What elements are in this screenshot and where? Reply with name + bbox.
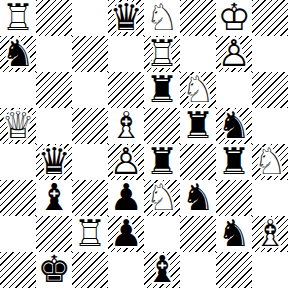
- black-knight-halo: ♞: [181, 179, 214, 216]
- black-knight-halo: ♞: [217, 215, 250, 252]
- black-knight: ♞♞: [216, 108, 252, 144]
- black-rook: ♜♜: [216, 144, 252, 180]
- black-queen-icon: ♛: [37, 143, 70, 180]
- black-bishop-icon: ♝: [145, 251, 178, 288]
- square-h1[interactable]: [252, 252, 288, 288]
- square-d7[interactable]: [108, 36, 144, 72]
- square-b2[interactable]: [36, 216, 72, 252]
- square-a2[interactable]: [0, 216, 36, 252]
- black-knight: ♞♞: [180, 180, 216, 216]
- square-b3[interactable]: ♝♝: [36, 180, 72, 216]
- square-c4[interactable]: [72, 144, 108, 180]
- square-g2[interactable]: ♞♞: [216, 216, 252, 252]
- white-knight-icon: ♘: [253, 143, 286, 180]
- square-h6[interactable]: [252, 72, 288, 108]
- square-d3[interactable]: ♟♟: [108, 180, 144, 216]
- square-a4[interactable]: [0, 144, 36, 180]
- black-bishop-icon: ♝: [37, 179, 70, 216]
- square-d8[interactable]: ♛♛: [108, 0, 144, 36]
- black-rook-icon: ♜: [145, 143, 178, 180]
- black-knight-icon: ♞: [217, 215, 250, 252]
- black-queen: ♛♛: [36, 144, 72, 180]
- square-b7[interactable]: [36, 36, 72, 72]
- square-d6[interactable]: [108, 72, 144, 108]
- square-f7[interactable]: [180, 36, 216, 72]
- square-h3[interactable]: [252, 180, 288, 216]
- black-queen-halo: ♛: [109, 0, 142, 36]
- square-e5[interactable]: [144, 108, 180, 144]
- square-a1[interactable]: [0, 252, 36, 288]
- white-rook-halo: ♜: [1, 0, 34, 36]
- square-g5[interactable]: ♞♞: [216, 108, 252, 144]
- white-rook-halo: ♜: [145, 35, 178, 72]
- black-pawn-icon: ♟: [109, 179, 142, 216]
- white-knight: ♞♘: [252, 144, 288, 180]
- black-king: ♚♚: [36, 252, 72, 288]
- black-bishop: ♝♝: [144, 252, 180, 288]
- white-knight-icon: ♘: [181, 71, 214, 108]
- white-knight: ♞♘: [144, 180, 180, 216]
- black-queen: ♛♛: [108, 0, 144, 36]
- square-f6[interactable]: ♞♘: [180, 72, 216, 108]
- white-king-icon: ♔: [217, 0, 250, 36]
- black-bishop: ♝♝: [36, 180, 72, 216]
- white-rook-icon: ♖: [1, 0, 34, 36]
- white-king: ♚♔: [216, 0, 252, 36]
- white-rook: ♜♖: [144, 36, 180, 72]
- black-rook: ♜♜: [180, 108, 216, 144]
- square-g3[interactable]: [216, 180, 252, 216]
- white-pawn-halo: ♟: [109, 143, 142, 180]
- black-knight-halo: ♞: [1, 35, 34, 72]
- square-h4[interactable]: ♞♘: [252, 144, 288, 180]
- square-c6[interactable]: [72, 72, 108, 108]
- square-e7[interactable]: ♜♖: [144, 36, 180, 72]
- square-d2[interactable]: ♟♟: [108, 216, 144, 252]
- square-e4[interactable]: ♜♜: [144, 144, 180, 180]
- square-a6[interactable]: [0, 72, 36, 108]
- white-knight-halo: ♞: [253, 143, 286, 180]
- square-g1[interactable]: [216, 252, 252, 288]
- black-rook-halo: ♜: [145, 71, 178, 108]
- square-b1[interactable]: ♚♚: [36, 252, 72, 288]
- white-bishop-halo: ♝: [253, 215, 286, 252]
- square-c1[interactable]: [72, 252, 108, 288]
- square-c3[interactable]: [72, 180, 108, 216]
- white-knight-halo: ♞: [145, 0, 178, 36]
- white-bishop-halo: ♝: [109, 107, 142, 144]
- square-c2[interactable]: ♜♖: [72, 216, 108, 252]
- square-d4[interactable]: ♟♙: [108, 144, 144, 180]
- square-g6[interactable]: [216, 72, 252, 108]
- white-knight-halo: ♞: [181, 71, 214, 108]
- white-pawn-halo: ♟: [217, 35, 250, 72]
- black-knight: ♞♞: [216, 216, 252, 252]
- square-f8[interactable]: [180, 0, 216, 36]
- white-knight: ♞♘: [180, 72, 216, 108]
- square-g7[interactable]: ♟♙: [216, 36, 252, 72]
- square-a3[interactable]: [0, 180, 36, 216]
- square-f5[interactable]: ♜♜: [180, 108, 216, 144]
- square-e3[interactable]: ♞♘: [144, 180, 180, 216]
- square-a8[interactable]: ♜♖: [0, 0, 36, 36]
- black-pawn-halo: ♟: [109, 179, 142, 216]
- black-knight: ♞♞: [0, 36, 36, 72]
- white-rook-halo: ♜: [73, 215, 106, 252]
- square-f2[interactable]: [180, 216, 216, 252]
- black-knight-icon: ♞: [1, 35, 34, 72]
- white-knight: ♞♘: [144, 0, 180, 36]
- white-knight-halo: ♞: [145, 179, 178, 216]
- white-bishop-icon: ♗: [253, 215, 286, 252]
- square-e6[interactable]: ♜♜: [144, 72, 180, 108]
- white-knight-icon: ♘: [145, 179, 178, 216]
- black-bishop-halo: ♝: [145, 251, 178, 288]
- white-pawn-icon: ♙: [109, 143, 142, 180]
- black-pawn-icon: ♟: [109, 215, 142, 252]
- square-g8[interactable]: ♚♔: [216, 0, 252, 36]
- black-pawn-halo: ♟: [109, 215, 142, 252]
- square-d5[interactable]: ♝♗: [108, 108, 144, 144]
- white-rook-icon: ♖: [145, 35, 178, 72]
- black-knight-halo: ♞: [217, 107, 250, 144]
- black-queen-halo: ♛: [37, 143, 70, 180]
- black-bishop-halo: ♝: [37, 179, 70, 216]
- square-b4[interactable]: ♛♛: [36, 144, 72, 180]
- square-h5[interactable]: [252, 108, 288, 144]
- chess-board: ♜♖♛♛♞♘♚♔♞♞♜♖♟♙♜♜♞♘♛♕♝♗♜♜♞♞♛♛♟♙♜♜♜♜♞♘♝♝♟♟…: [0, 0, 288, 288]
- white-bishop: ♝♗: [108, 108, 144, 144]
- black-knight-icon: ♞: [217, 107, 250, 144]
- square-e8[interactable]: ♞♘: [144, 0, 180, 36]
- white-queen-icon: ♕: [1, 107, 34, 144]
- square-h2[interactable]: ♝♗: [252, 216, 288, 252]
- square-e2[interactable]: [144, 216, 180, 252]
- white-king-halo: ♚: [217, 0, 250, 36]
- black-rook-icon: ♜: [217, 143, 250, 180]
- black-pawn: ♟♟: [108, 216, 144, 252]
- white-queen: ♛♕: [0, 108, 36, 144]
- square-a5[interactable]: ♛♕: [0, 108, 36, 144]
- square-b6[interactable]: [36, 72, 72, 108]
- black-rook-icon: ♜: [145, 71, 178, 108]
- chess-diagram: ♜♖♛♛♞♘♚♔♞♞♜♖♟♙♜♜♞♘♛♕♝♗♜♜♞♞♛♛♟♙♜♜♜♜♞♘♝♝♟♟…: [0, 0, 288, 288]
- square-f4[interactable]: [180, 144, 216, 180]
- square-h8[interactable]: [252, 0, 288, 36]
- white-rook-icon: ♖: [73, 215, 106, 252]
- square-h7[interactable]: [252, 36, 288, 72]
- black-rook-halo: ♜: [217, 143, 250, 180]
- black-knight-icon: ♞: [181, 179, 214, 216]
- white-pawn: ♟♙: [108, 144, 144, 180]
- white-queen-halo: ♛: [1, 107, 34, 144]
- square-a7[interactable]: ♞♞: [0, 36, 36, 72]
- black-rook: ♜♜: [144, 72, 180, 108]
- square-c5[interactable]: [72, 108, 108, 144]
- white-rook: ♜♖: [72, 216, 108, 252]
- square-c8[interactable]: [72, 0, 108, 36]
- square-c7[interactable]: [72, 36, 108, 72]
- black-rook-halo: ♜: [181, 107, 214, 144]
- black-rook-icon: ♜: [181, 107, 214, 144]
- square-f1[interactable]: [180, 252, 216, 288]
- black-king-icon: ♚: [37, 251, 70, 288]
- white-bishop: ♝♗: [252, 216, 288, 252]
- white-rook: ♜♖: [0, 0, 36, 36]
- square-b8[interactable]: [36, 0, 72, 36]
- white-pawn-icon: ♙: [217, 35, 250, 72]
- black-rook-halo: ♜: [145, 143, 178, 180]
- square-g4[interactable]: ♜♜: [216, 144, 252, 180]
- square-f3[interactable]: ♞♞: [180, 180, 216, 216]
- black-pawn: ♟♟: [108, 180, 144, 216]
- white-bishop-icon: ♗: [109, 107, 142, 144]
- black-rook: ♜♜: [144, 144, 180, 180]
- white-knight-icon: ♘: [145, 0, 178, 36]
- black-queen-icon: ♛: [109, 0, 142, 36]
- square-b5[interactable]: [36, 108, 72, 144]
- black-king-halo: ♚: [37, 251, 70, 288]
- white-pawn: ♟♙: [216, 36, 252, 72]
- square-d1[interactable]: [108, 252, 144, 288]
- square-e1[interactable]: ♝♝: [144, 252, 180, 288]
